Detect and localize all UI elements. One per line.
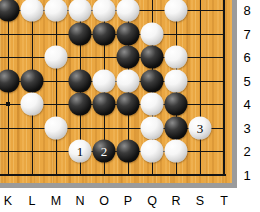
row-label-6: 6	[243, 51, 250, 64]
column-label-Q: Q	[147, 195, 157, 207]
stone-M6[interactable]	[45, 46, 68, 69]
grid-line-col-T	[223, 0, 225, 176]
column-label-P: P	[124, 195, 132, 207]
row-label-7: 7	[243, 28, 250, 41]
stone-N7[interactable]	[69, 23, 92, 46]
stone-S3[interactable]: 3	[189, 117, 212, 140]
stone-O4[interactable]	[93, 93, 116, 116]
stone-N4[interactable]	[69, 93, 92, 116]
stone-R5[interactable]	[165, 70, 188, 93]
stone-Q2[interactable]	[141, 140, 164, 163]
column-label-N: N	[75, 195, 84, 207]
grid-line-col-S	[200, 0, 201, 176]
stone-R3[interactable]	[165, 117, 188, 140]
stone-move-number: 2	[101, 145, 108, 158]
stone-Q3[interactable]	[141, 117, 164, 140]
stone-P7[interactable]	[117, 23, 140, 46]
stone-move-number: 1	[77, 145, 84, 158]
column-label-T: T	[220, 195, 228, 207]
stone-O7[interactable]	[93, 23, 116, 46]
column-label-K: K	[4, 195, 12, 207]
go-diagram: 312 KLMNOPQRST 87654321	[0, 0, 260, 212]
column-label-R: R	[171, 195, 180, 207]
board-edge-shadow-right	[232, 0, 237, 188]
stone-L4[interactable]	[21, 93, 44, 116]
stone-O2[interactable]: 2	[93, 140, 116, 163]
column-label-M: M	[51, 195, 61, 207]
column-label-O: O	[99, 195, 109, 207]
stone-M3[interactable]	[45, 117, 68, 140]
stone-R6[interactable]	[165, 46, 188, 69]
row-label-8: 8	[243, 4, 250, 17]
stone-N5[interactable]	[69, 70, 92, 93]
row-label-2: 2	[243, 145, 250, 158]
stone-R2[interactable]	[165, 140, 188, 163]
stone-P6[interactable]	[117, 46, 140, 69]
stone-Q4[interactable]	[141, 93, 164, 116]
stone-Q5[interactable]	[141, 70, 164, 93]
grid-line-row-1	[0, 174, 226, 176]
stone-P2[interactable]	[117, 140, 140, 163]
stone-P4[interactable]	[117, 93, 140, 116]
star-point-K4	[6, 102, 10, 106]
stone-O5[interactable]	[93, 70, 116, 93]
stone-N2[interactable]: 1	[69, 140, 92, 163]
board-edge-shadow-bottom	[0, 183, 237, 188]
row-label-1: 1	[243, 169, 250, 182]
row-label-5: 5	[243, 75, 250, 88]
grid-line-row-6	[0, 57, 225, 58]
column-label-S: S	[196, 195, 204, 207]
column-label-L: L	[29, 195, 36, 207]
stone-P5[interactable]	[117, 70, 140, 93]
stone-move-number: 3	[197, 122, 204, 135]
stone-R4[interactable]	[165, 93, 188, 116]
stone-Q7[interactable]	[141, 23, 164, 46]
row-label-3: 3	[243, 122, 250, 135]
grid-line-col-M	[56, 0, 57, 176]
row-label-4: 4	[243, 98, 250, 111]
stone-L5[interactable]	[21, 70, 44, 93]
stone-Q6[interactable]	[141, 46, 164, 69]
